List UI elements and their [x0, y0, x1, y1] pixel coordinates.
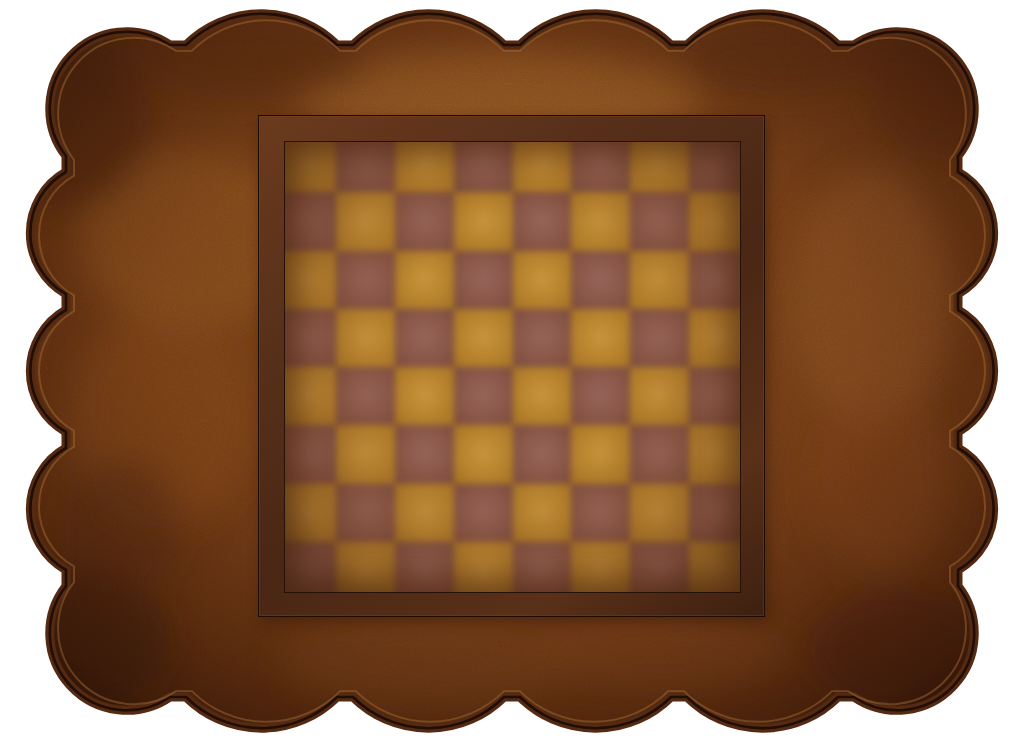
board-square-a5 [284, 309, 336, 367]
checkerboard-grid [284, 141, 741, 593]
board-square-b2 [336, 483, 395, 541]
board-square-e2 [513, 483, 572, 541]
board-square-b4 [336, 367, 395, 425]
game-table [0, 0, 1024, 743]
board-square-a1 [284, 542, 336, 593]
board-square-f1 [571, 542, 630, 593]
board-square-g3 [630, 425, 689, 483]
board-square-f2 [571, 483, 630, 541]
board-square-b6 [336, 251, 395, 309]
board-square-a3 [284, 425, 336, 483]
board-square-g7 [630, 192, 689, 250]
board-square-d2 [454, 483, 513, 541]
board-square-d3 [454, 425, 513, 483]
board-square-c4 [395, 367, 454, 425]
board-square-b5 [336, 309, 395, 367]
board-square-a8 [284, 141, 336, 192]
board-square-a7 [284, 192, 336, 250]
board-square-f5 [571, 309, 630, 367]
board-square-h3 [689, 425, 741, 483]
board-square-f7 [571, 192, 630, 250]
board-square-d8 [454, 141, 513, 192]
game-board [258, 115, 765, 617]
board-square-c1 [395, 542, 454, 593]
board-square-c7 [395, 192, 454, 250]
board-square-h1 [689, 542, 741, 593]
board-square-h5 [689, 309, 741, 367]
board-square-c6 [395, 251, 454, 309]
board-square-d1 [454, 542, 513, 593]
board-square-f8 [571, 141, 630, 192]
board-square-h4 [689, 367, 741, 425]
board-square-d4 [454, 367, 513, 425]
checkerboard [284, 141, 741, 593]
board-square-a4 [284, 367, 336, 425]
board-square-b8 [336, 141, 395, 192]
board-square-g2 [630, 483, 689, 541]
board-square-a2 [284, 483, 336, 541]
board-square-g4 [630, 367, 689, 425]
board-square-d5 [454, 309, 513, 367]
board-square-g1 [630, 542, 689, 593]
board-square-d7 [454, 192, 513, 250]
board-frame [258, 115, 765, 617]
board-square-g5 [630, 309, 689, 367]
board-square-e1 [513, 542, 572, 593]
board-square-e4 [513, 367, 572, 425]
board-square-b3 [336, 425, 395, 483]
board-square-b7 [336, 192, 395, 250]
board-square-f3 [571, 425, 630, 483]
board-square-e8 [513, 141, 572, 192]
board-square-f6 [571, 251, 630, 309]
board-square-d6 [454, 251, 513, 309]
board-square-e6 [513, 251, 572, 309]
board-square-e3 [513, 425, 572, 483]
board-square-g8 [630, 141, 689, 192]
board-square-c3 [395, 425, 454, 483]
board-square-f4 [571, 367, 630, 425]
board-square-c2 [395, 483, 454, 541]
board-square-a6 [284, 251, 336, 309]
board-square-h8 [689, 141, 741, 192]
board-square-e7 [513, 192, 572, 250]
board-square-h2 [689, 483, 741, 541]
board-square-e5 [513, 309, 572, 367]
board-square-h6 [689, 251, 741, 309]
board-square-g6 [630, 251, 689, 309]
board-square-c5 [395, 309, 454, 367]
board-square-h7 [689, 192, 741, 250]
board-square-b1 [336, 542, 395, 593]
board-square-c8 [395, 141, 454, 192]
